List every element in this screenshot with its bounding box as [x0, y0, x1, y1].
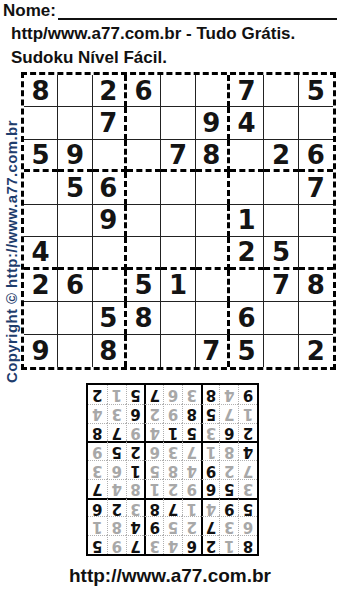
cell-r6c8[interactable]: 5 [264, 237, 298, 269]
solution-cell-r4c7: 8 [126, 479, 145, 498]
cell-r6c3[interactable] [93, 237, 127, 269]
solution-cell-r1c2: 1 [219, 535, 238, 554]
solution-cell-r4c8: 4 [107, 479, 126, 498]
solution-cell-r1c7: 7 [126, 535, 145, 554]
solution-cell-r6c3: 1 [201, 441, 220, 460]
cell-r4c2[interactable]: 5 [58, 172, 92, 204]
cell-r3c4[interactable] [127, 140, 161, 172]
cell-r4c3[interactable]: 6 [93, 172, 127, 204]
solution-cell-r1c4: 6 [182, 535, 201, 554]
solution-cell-r1c5: 4 [163, 535, 182, 554]
solution-cell-r6c8: 5 [107, 441, 126, 460]
cell-r9c5[interactable] [161, 335, 195, 367]
solution-cell-r8c9: 4 [88, 404, 107, 423]
solution-cell-r2c9: 1 [88, 516, 107, 535]
solution-cell-r7c2: 6 [219, 423, 238, 442]
cell-r1c1[interactable]: 8 [24, 75, 58, 107]
cell-r8c8[interactable] [264, 302, 298, 334]
cell-r2c9[interactable] [299, 107, 333, 139]
solution-cell-r3c6: 8 [144, 498, 163, 517]
solution-cell-r5c2: 2 [219, 460, 238, 479]
cell-r2c4[interactable] [127, 107, 161, 139]
cell-r7c9[interactable]: 8 [299, 270, 333, 302]
solution-cell-r4c3: 6 [201, 479, 220, 498]
solution-cell-r7c7: 9 [126, 423, 145, 442]
cell-r8c4[interactable]: 8 [127, 302, 161, 334]
solution-cell-r1c9: 5 [88, 535, 107, 554]
cell-r6c4[interactable] [127, 237, 161, 269]
cell-r4c6[interactable] [196, 172, 230, 204]
cell-r7c1[interactable]: 2 [24, 270, 58, 302]
solution-cell-r5c5: 8 [163, 460, 182, 479]
cell-r4c1[interactable] [24, 172, 58, 204]
solution-cell-r1c8: 9 [107, 535, 126, 554]
solution-cell-r8c6: 2 [144, 404, 163, 423]
cell-r1c7[interactable]: 7 [230, 75, 264, 107]
solution-cell-r3c1: 5 [238, 498, 257, 517]
cell-r3c8[interactable]: 2 [264, 140, 298, 172]
solution-cell-r8c8: 3 [107, 404, 126, 423]
solution-cell-r4c1: 3 [238, 479, 257, 498]
cell-r7c4[interactable]: 5 [127, 270, 161, 302]
solution-cell-r7c6: 4 [144, 423, 163, 442]
cell-r1c3[interactable]: 2 [93, 75, 127, 107]
cell-r6c6[interactable] [196, 237, 230, 269]
solution-cell-r6c4: 7 [182, 441, 201, 460]
solution-cell-r4c9: 7 [88, 479, 107, 498]
cell-r1c6[interactable] [196, 75, 230, 107]
solution-cell-r9c2: 4 [219, 385, 238, 404]
solution-cell-r8c7: 6 [126, 404, 145, 423]
solution-cell-r2c7: 4 [126, 516, 145, 535]
cell-r2c7[interactable]: 4 [230, 107, 264, 139]
solution-cell-r7c4: 5 [182, 423, 201, 442]
solution-cell-r5c6: 5 [144, 460, 163, 479]
cell-r2c6[interactable]: 9 [196, 107, 230, 139]
cell-r1c4[interactable]: 6 [127, 75, 161, 107]
cell-r6c1[interactable]: 4 [24, 237, 58, 269]
cell-r2c5[interactable] [161, 107, 195, 139]
cell-r3c7[interactable] [230, 140, 264, 172]
solution-cell-r2c2: 3 [219, 516, 238, 535]
cell-r7c7[interactable] [230, 270, 264, 302]
solution-cell-r9c5: 6 [163, 385, 182, 404]
name-fill-in-line [58, 3, 337, 20]
copyright-vertical-text: Copyright © http://www.a77.com.br [3, 85, 20, 383]
cell-r2c1[interactable] [24, 107, 58, 139]
cell-r3c9[interactable]: 6 [299, 140, 333, 172]
solution-cell-r3c4: 1 [182, 498, 201, 517]
solution-cell-r7c3: 3 [201, 423, 220, 442]
cell-r5c2[interactable] [58, 205, 92, 237]
solution-cell-r1c1: 8 [238, 535, 257, 554]
solution-cell-r4c2: 5 [219, 479, 238, 498]
solution-cell-r7c8: 7 [107, 423, 126, 442]
cell-r8c3[interactable]: 5 [93, 302, 127, 334]
solution-cell-r1c6: 3 [144, 535, 163, 554]
solution-cell-r6c6: 6 [144, 441, 163, 460]
solution-cell-r9c1: 9 [238, 385, 257, 404]
solution-cell-r7c5: 1 [163, 423, 182, 442]
solution-cell-r9c8: 1 [107, 385, 126, 404]
name-row: Nome: [3, 1, 337, 20]
solution-cell-r2c3: 7 [201, 516, 220, 535]
solution-cell-r8c5: 9 [163, 404, 182, 423]
cell-r1c9[interactable]: 5 [299, 75, 333, 107]
cell-r5c9[interactable] [299, 205, 333, 237]
cell-r7c2[interactable]: 6 [58, 270, 92, 302]
sudoku-board: 826757945978265679142526517858698752 [21, 72, 336, 370]
cell-r7c3[interactable] [93, 270, 127, 302]
cell-r4c4[interactable] [127, 172, 161, 204]
solution-cell-r8c4: 8 [182, 404, 201, 423]
solution-cell-r3c8: 2 [107, 498, 126, 517]
cell-r9c3[interactable]: 8 [93, 335, 127, 367]
cell-r4c7[interactable] [230, 172, 264, 204]
solution-cell-r2c8: 8 [107, 516, 126, 535]
solution-cell-r8c1: 1 [238, 404, 257, 423]
solution-cell-r6c9: 9 [88, 441, 107, 460]
cell-r8c2[interactable] [58, 302, 92, 334]
cell-r6c7[interactable]: 2 [230, 237, 264, 269]
cell-r3c5[interactable]: 7 [161, 140, 195, 172]
solution-cell-r8c2: 7 [219, 404, 238, 423]
solution-cell-r5c7: 1 [126, 460, 145, 479]
solution-cell-r7c9: 8 [88, 423, 107, 442]
solution-cell-r2c5: 5 [163, 516, 182, 535]
cell-r1c8[interactable] [264, 75, 298, 107]
cell-r5c5[interactable] [161, 205, 195, 237]
cell-r5c6[interactable] [196, 205, 230, 237]
solution-cell-r2c6: 9 [144, 516, 163, 535]
cell-r5c7[interactable]: 1 [230, 205, 264, 237]
cell-r1c5[interactable] [161, 75, 195, 107]
cell-r6c9[interactable] [299, 237, 333, 269]
solution-cell-r5c8: 6 [107, 460, 126, 479]
solution-cell-r5c1: 7 [238, 460, 257, 479]
cell-r5c1[interactable] [24, 205, 58, 237]
cell-r9c4[interactable] [127, 335, 161, 367]
cell-r9c1[interactable]: 9 [24, 335, 58, 367]
solution-cell-r6c7: 2 [126, 441, 145, 460]
cell-r7c8[interactable]: 7 [264, 270, 298, 302]
solution-cell-r9c4: 3 [182, 385, 201, 404]
cell-r9c2[interactable] [58, 335, 92, 367]
solution-cell-r9c6: 7 [144, 385, 163, 404]
cell-r9c7[interactable]: 5 [230, 335, 264, 367]
solution-cell-r4c6: 1 [144, 479, 163, 498]
sudoku-printout-page: Nome: http/www.a77.com.br - Tudo Grátis.… [0, 0, 340, 596]
cell-r9c6[interactable]: 7 [196, 335, 230, 367]
cell-r7c6[interactable] [196, 270, 230, 302]
cell-r9c8[interactable] [264, 335, 298, 367]
solution-cell-r6c1: 4 [238, 441, 257, 460]
solution-cell-r4c5: 2 [163, 479, 182, 498]
solution-cell-r9c3: 8 [201, 385, 220, 404]
cell-r8c7[interactable]: 6 [230, 302, 264, 334]
cell-r2c3[interactable]: 7 [93, 107, 127, 139]
cell-r3c2[interactable]: 9 [58, 140, 92, 172]
solution-cell-r6c5: 3 [163, 441, 182, 460]
solution-cell-r3c5: 7 [163, 498, 182, 517]
solution-cell-r2c1: 6 [238, 516, 257, 535]
solution-cell-r3c7: 3 [126, 498, 145, 517]
cell-r9c9[interactable]: 2 [299, 335, 333, 367]
solution-cell-r1c3: 2 [201, 535, 220, 554]
solution-cell-r9c9: 2 [88, 385, 107, 404]
solution-cell-r9c7: 5 [126, 385, 145, 404]
cell-r3c3[interactable] [93, 140, 127, 172]
solution-cell-r5c4: 4 [182, 460, 201, 479]
name-label: Nome: [3, 1, 56, 20]
cell-r6c5[interactable] [161, 237, 195, 269]
cell-r5c8[interactable] [264, 205, 298, 237]
cell-r2c8[interactable] [264, 107, 298, 139]
cell-r7c5[interactable]: 1 [161, 270, 195, 302]
cell-r6c2[interactable] [58, 237, 92, 269]
cell-r3c1[interactable]: 5 [24, 140, 58, 172]
cell-r8c6[interactable] [196, 302, 230, 334]
footer-url: http://www.a77.com.br [0, 565, 340, 587]
solution-cell-r7c1: 2 [238, 423, 257, 442]
cell-r5c3[interactable]: 9 [93, 205, 127, 237]
cell-r3c6[interactable]: 8 [196, 140, 230, 172]
solution-cell-r8c3: 5 [201, 404, 220, 423]
solution-cell-r3c2: 9 [219, 498, 238, 517]
cell-r4c5[interactable] [161, 172, 195, 204]
cell-r1c2[interactable] [58, 75, 92, 107]
solution-cell-r4c4: 9 [182, 479, 201, 498]
cell-r4c8[interactable] [264, 172, 298, 204]
cell-r5c4[interactable] [127, 205, 161, 237]
cell-r8c9[interactable] [299, 302, 333, 334]
cell-r4c9[interactable]: 7 [299, 172, 333, 204]
cell-r8c1[interactable] [24, 302, 58, 334]
solution-cell-r3c3: 4 [201, 498, 220, 517]
solution-cell-r5c3: 9 [201, 460, 220, 479]
cell-r2c2[interactable] [58, 107, 92, 139]
solution-board: 8126437956372594815941783263569218477294… [86, 383, 259, 556]
solution-cell-r2c4: 2 [182, 516, 201, 535]
site-title: http/www.a77.com.br - Tudo Grátis. [11, 24, 295, 44]
difficulty-title: Sudoku Nível Fácil. [11, 48, 167, 68]
cell-r8c5[interactable] [161, 302, 195, 334]
solution-cell-r3c9: 6 [88, 498, 107, 517]
solution-cell-r5c9: 3 [88, 460, 107, 479]
solution-cell-r6c2: 8 [219, 441, 238, 460]
